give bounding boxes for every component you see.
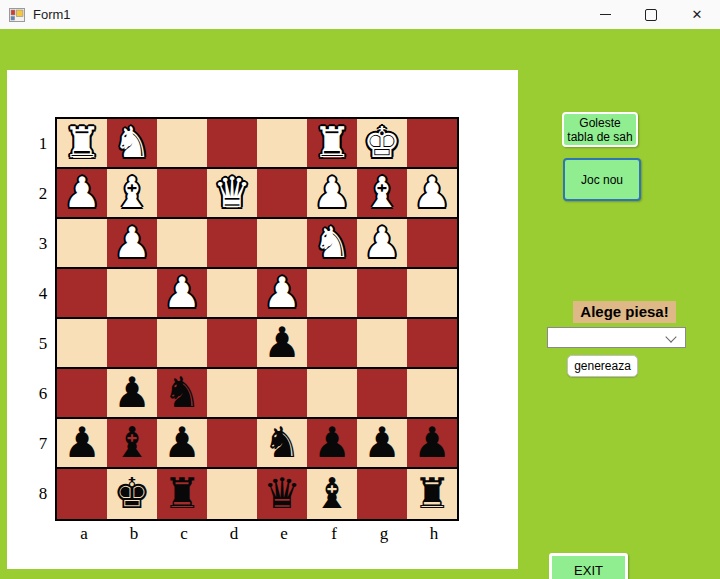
piece-select[interactable] <box>547 327 686 348</box>
file-label: a <box>59 521 109 547</box>
chess-piece[interactable]: ♟ <box>113 220 151 266</box>
chess-piece[interactable]: ♟ <box>113 370 151 416</box>
file-label: e <box>259 521 309 547</box>
board-square[interactable]: ♟ <box>307 169 357 219</box>
chess-piece[interactable]: ♞ <box>263 420 301 466</box>
close-icon: ✕ <box>692 8 703 21</box>
board-square[interactable] <box>157 119 207 169</box>
winforms-app-icon <box>9 7 25 23</box>
chess-piece[interactable]: ♚ <box>113 471 151 517</box>
board-square[interactable] <box>257 119 307 169</box>
rank-label: 3 <box>34 219 52 269</box>
maximize-button[interactable] <box>628 0 674 29</box>
board-square[interactable]: ♞ <box>157 369 207 419</box>
board-square[interactable]: ♜ <box>157 469 207 519</box>
chess-piece[interactable]: ♟ <box>163 270 201 316</box>
board-square[interactable]: ♛ <box>207 169 257 219</box>
file-label: h <box>409 521 459 547</box>
form-window: Form1 ✕ 12345678 ♜♞♜♚♟♝♛♟♝♟♟♞♟♟♟♟♟♞♟♝♟♞♟… <box>0 0 720 579</box>
form-body: 12345678 ♜♞♜♚♟♝♛♟♝♟♟♞♟♟♟♟♟♞♟♝♟♞♟♟♟♚♜♛♝♜ … <box>0 29 720 579</box>
board-square[interactable] <box>207 269 257 319</box>
chevron-down-icon <box>665 331 676 342</box>
board-square[interactable] <box>257 219 307 269</box>
board-square[interactable] <box>107 269 157 319</box>
file-label: f <box>309 521 359 547</box>
board-square[interactable] <box>307 369 357 419</box>
board-square[interactable] <box>357 269 407 319</box>
board-square[interactable] <box>207 119 257 169</box>
chess-piece[interactable]: ♟ <box>363 220 401 266</box>
board-square[interactable]: ♜ <box>307 119 357 169</box>
board-square[interactable]: ♞ <box>257 419 307 469</box>
chess-piece[interactable]: ♜ <box>63 120 101 166</box>
rank-label: 2 <box>34 169 52 219</box>
chess-piece[interactable]: ♟ <box>163 420 201 466</box>
chess-piece[interactable]: ♚ <box>363 120 401 166</box>
board-square[interactable] <box>57 319 107 369</box>
chess-piece[interactable]: ♜ <box>163 471 201 517</box>
rank-label: 4 <box>34 269 52 319</box>
chess-piece[interactable]: ♟ <box>263 270 301 316</box>
board-square[interactable] <box>307 319 357 369</box>
rank-label: 1 <box>34 119 52 169</box>
rank-label: 8 <box>34 469 52 519</box>
board-square[interactable] <box>207 419 257 469</box>
board-square[interactable]: ♟ <box>157 269 207 319</box>
board-square[interactable]: ♝ <box>307 469 357 519</box>
board-square[interactable] <box>257 369 307 419</box>
board-square[interactable] <box>157 319 207 369</box>
board-square[interactable] <box>207 469 257 519</box>
window-title: Form1 <box>33 7 71 22</box>
chess-piece[interactable]: ♛ <box>263 471 301 517</box>
chess-piece[interactable]: ♟ <box>313 420 351 466</box>
board-square[interactable] <box>357 369 407 419</box>
board-square[interactable] <box>207 219 257 269</box>
chess-piece[interactable]: ♟ <box>263 320 301 366</box>
chess-piece[interactable]: ♞ <box>113 120 151 166</box>
board-square[interactable]: ♝ <box>107 419 157 469</box>
board-square[interactable] <box>207 319 257 369</box>
chess-piece[interactable]: ♝ <box>363 170 401 216</box>
clear-board-button[interactable]: Goleste tabla de sah <box>562 112 638 147</box>
minimize-icon <box>600 14 611 15</box>
board-square[interactable] <box>407 369 457 419</box>
board-square[interactable]: ♟ <box>407 169 457 219</box>
chess-piece[interactable]: ♜ <box>413 471 451 517</box>
board-square[interactable]: ♚ <box>107 469 157 519</box>
board-square[interactable] <box>107 319 157 369</box>
file-label: c <box>159 521 209 547</box>
board-square[interactable]: ♝ <box>357 169 407 219</box>
board-square[interactable] <box>57 219 107 269</box>
board-square[interactable]: ♟ <box>357 419 407 469</box>
board-square[interactable]: ♟ <box>107 369 157 419</box>
chess-piece[interactable]: ♟ <box>313 170 351 216</box>
chess-piece[interactable]: ♛ <box>213 170 251 216</box>
choose-piece-label: Alege piesa! <box>573 301 676 323</box>
board-square[interactable] <box>407 119 457 169</box>
board-square[interactable]: ♟ <box>57 419 107 469</box>
exit-button[interactable]: EXIT <box>549 553 628 579</box>
board-square[interactable]: ♛ <box>257 469 307 519</box>
board-square[interactable] <box>407 219 457 269</box>
file-label: g <box>359 521 409 547</box>
window-controls: ✕ <box>582 0 720 29</box>
generate-button[interactable]: genereaza <box>567 355 638 377</box>
board-square[interactable] <box>157 219 207 269</box>
chess-piece[interactable]: ♝ <box>113 170 151 216</box>
chess-piece[interactable]: ♞ <box>313 220 351 266</box>
close-button[interactable]: ✕ <box>674 0 720 29</box>
chess-piece[interactable]: ♟ <box>363 420 401 466</box>
titlebar: Form1 ✕ <box>0 0 720 29</box>
chess-piece[interactable]: ♟ <box>63 420 101 466</box>
board-square[interactable]: ♞ <box>107 119 157 169</box>
chess-piece[interactable]: ♟ <box>63 170 101 216</box>
board-square[interactable]: ♞ <box>307 219 357 269</box>
rank-label: 5 <box>34 319 52 369</box>
chess-piece[interactable]: ♜ <box>313 120 351 166</box>
chess-board: ♜♞♜♚♟♝♛♟♝♟♟♞♟♟♟♟♟♞♟♝♟♞♟♟♟♚♜♛♝♜ <box>55 117 459 521</box>
board-square[interactable]: ♜ <box>57 119 107 169</box>
board-square[interactable]: ♟ <box>257 269 307 319</box>
board-square[interactable]: ♝ <box>107 169 157 219</box>
board-square[interactable]: ♟ <box>57 169 107 219</box>
chess-piece[interactable]: ♟ <box>413 170 451 216</box>
board-square[interactable]: ♟ <box>307 419 357 469</box>
board-square[interactable] <box>357 469 407 519</box>
board-square[interactable]: ♚ <box>357 119 407 169</box>
chess-piece[interactable]: ♟ <box>413 420 451 466</box>
chess-piece[interactable]: ♞ <box>163 370 201 416</box>
chess-piece[interactable]: ♝ <box>313 471 351 517</box>
chess-piece[interactable]: ♝ <box>113 420 151 466</box>
rank-label: 6 <box>34 369 52 419</box>
board-square[interactable]: ♟ <box>357 219 407 269</box>
board-square[interactable]: ♟ <box>407 419 457 469</box>
board-square[interactable] <box>357 319 407 369</box>
board-square[interactable] <box>57 369 107 419</box>
file-label: b <box>109 521 159 547</box>
board-square[interactable] <box>407 319 457 369</box>
maximize-icon <box>645 9 657 21</box>
board-square[interactable] <box>407 269 457 319</box>
board-square[interactable]: ♟ <box>257 319 307 369</box>
board-square[interactable] <box>57 469 107 519</box>
minimize-button[interactable] <box>582 0 628 29</box>
rank-label: 7 <box>34 419 52 469</box>
board-square[interactable] <box>207 369 257 419</box>
board-square[interactable] <box>57 269 107 319</box>
board-square[interactable] <box>307 269 357 319</box>
new-game-button[interactable]: Joc nou <box>563 158 641 201</box>
board-square[interactable]: ♜ <box>407 469 457 519</box>
board-square[interactable]: ♟ <box>107 219 157 269</box>
board-square[interactable] <box>257 169 307 219</box>
board-square[interactable]: ♟ <box>157 419 207 469</box>
file-label: d <box>209 521 259 547</box>
board-square[interactable] <box>157 169 207 219</box>
